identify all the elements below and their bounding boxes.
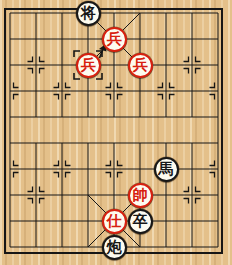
- board-cell: 兵: [75, 52, 101, 78]
- board-cell: 将: [75, 0, 101, 26]
- board-cell: 兵: [101, 26, 127, 52]
- piece-label: 帥: [133, 188, 148, 203]
- board-cell: 仕: [101, 208, 127, 234]
- piece-red-soldier[interactable]: 兵: [102, 27, 127, 52]
- piece-black-general[interactable]: 将: [76, 1, 101, 26]
- piece-label: 炮: [107, 240, 122, 255]
- piece-label: 馬: [159, 162, 174, 177]
- piece-label: 兵: [133, 58, 148, 73]
- piece-red-soldier[interactable]: 兵: [128, 53, 153, 78]
- board-grid[interactable]: 将兵兵兵馬帥仕卒炮: [0, 0, 231, 260]
- piece-red-soldier[interactable]: 兵: [76, 53, 101, 78]
- board-cell: 卒: [127, 208, 153, 234]
- piece-label: 兵: [107, 32, 122, 47]
- piece-label: 将: [81, 6, 96, 21]
- piece-red-general[interactable]: 帥: [128, 183, 153, 208]
- board-cell: 兵: [127, 52, 153, 78]
- piece-label: 仕: [107, 214, 122, 229]
- board-cell: 炮: [101, 234, 127, 260]
- piece-red-advisor[interactable]: 仕: [102, 209, 127, 234]
- piece-black-soldier[interactable]: 卒: [128, 209, 153, 234]
- xiangqi-board: 将兵兵兵馬帥仕卒炮: [0, 0, 232, 265]
- piece-label: 卒: [133, 214, 148, 229]
- piece-black-cannon[interactable]: 炮: [102, 235, 127, 260]
- piece-black-horse[interactable]: 馬: [154, 157, 179, 182]
- board-cell: 帥: [127, 182, 153, 208]
- board-cell: 馬: [153, 156, 179, 182]
- piece-label: 兵: [81, 58, 96, 73]
